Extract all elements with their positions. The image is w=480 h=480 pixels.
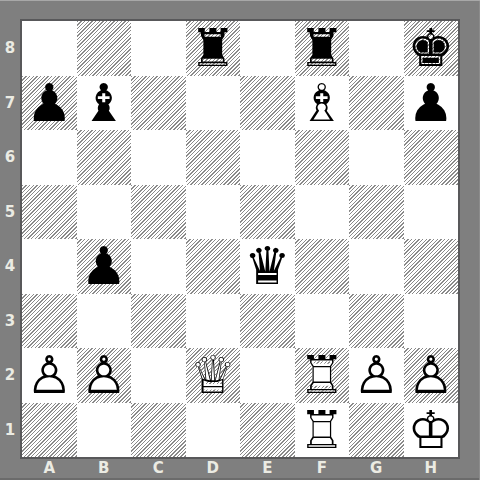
square-b1[interactable] <box>77 403 132 458</box>
square-c4[interactable] <box>131 239 186 294</box>
square-c7[interactable] <box>131 76 186 131</box>
white-rook-icon: ♜♖ <box>295 403 350 458</box>
square-a5[interactable] <box>22 185 77 240</box>
square-g8[interactable] <box>349 21 404 76</box>
rank-label: 8 <box>0 21 20 76</box>
file-label: B <box>77 456 132 479</box>
square-a3[interactable] <box>22 294 77 349</box>
black-rook-icon: ♜ <box>186 21 241 76</box>
black-bishop-icon: ♝ <box>77 76 132 131</box>
square-h8[interactable]: ♚ <box>404 21 459 76</box>
square-h4[interactable] <box>404 239 459 294</box>
square-a8[interactable] <box>22 21 77 76</box>
square-b2[interactable]: ♟♙ <box>77 348 132 403</box>
white-pawn-icon: ♟♙ <box>77 348 132 403</box>
white-queen-icon: ♛♕ <box>186 348 241 403</box>
square-c2[interactable] <box>131 348 186 403</box>
black-rook-icon: ♜ <box>295 21 350 76</box>
file-label: G <box>349 456 404 479</box>
piece-outline-layer: ♔ <box>407 404 454 456</box>
square-a6[interactable] <box>22 130 77 185</box>
square-d3[interactable] <box>186 294 241 349</box>
rank-labels: 87654321 <box>0 21 20 457</box>
square-a1[interactable] <box>22 403 77 458</box>
piece-outline-layer: ♙ <box>80 349 127 401</box>
file-labels: ABCDEFGH <box>22 456 458 479</box>
file-label: C <box>131 456 186 479</box>
square-c3[interactable] <box>131 294 186 349</box>
square-a4[interactable] <box>22 239 77 294</box>
square-e1[interactable] <box>240 403 295 458</box>
file-label: E <box>240 456 295 479</box>
square-f1[interactable]: ♜♖ <box>295 403 350 458</box>
square-h5[interactable] <box>404 185 459 240</box>
square-d8[interactable]: ♜ <box>186 21 241 76</box>
square-f7[interactable]: ♝♗ <box>295 76 350 131</box>
square-h6[interactable] <box>404 130 459 185</box>
chess-board: ♜♜♚♟♝♝♗♟♟♛♟♙♟♙♛♕♜♖♟♙♟♙♜♖♚♔ <box>20 19 460 459</box>
rank-label: 1 <box>0 403 20 458</box>
square-b7[interactable]: ♝ <box>77 76 132 131</box>
black-queen-icon: ♛ <box>240 239 295 294</box>
rank-label: 3 <box>0 294 20 349</box>
rank-label: 2 <box>0 348 20 403</box>
square-f6[interactable] <box>295 130 350 185</box>
file-label: H <box>404 456 459 479</box>
board-frame: 87654321 ♜♜♚♟♝♝♗♟♟♛♟♙♟♙♛♕♜♖♟♙♟♙♜♖♚♔ ABCD… <box>0 0 480 480</box>
square-f4[interactable] <box>295 239 350 294</box>
square-a2[interactable]: ♟♙ <box>22 348 77 403</box>
square-d5[interactable] <box>186 185 241 240</box>
square-d7[interactable] <box>186 76 241 131</box>
rank-label: 6 <box>0 130 20 185</box>
square-e8[interactable] <box>240 21 295 76</box>
file-label: A <box>22 456 77 479</box>
file-label: F <box>295 456 350 479</box>
square-d4[interactable] <box>186 239 241 294</box>
square-a7[interactable]: ♟ <box>22 76 77 131</box>
white-rook-icon: ♜♖ <box>295 348 350 403</box>
square-g7[interactable] <box>349 76 404 131</box>
square-h2[interactable]: ♟♙ <box>404 348 459 403</box>
rank-label: 7 <box>0 76 20 131</box>
white-pawn-icon: ♟♙ <box>22 348 77 403</box>
square-c8[interactable] <box>131 21 186 76</box>
rank-label: 4 <box>0 239 20 294</box>
square-b4[interactable]: ♟ <box>77 239 132 294</box>
square-e7[interactable] <box>240 76 295 131</box>
square-e5[interactable] <box>240 185 295 240</box>
square-c6[interactable] <box>131 130 186 185</box>
piece-outline-layer: ♗ <box>298 77 345 129</box>
square-d6[interactable] <box>186 130 241 185</box>
square-f3[interactable] <box>295 294 350 349</box>
square-g1[interactable] <box>349 403 404 458</box>
square-b3[interactable] <box>77 294 132 349</box>
square-h3[interactable] <box>404 294 459 349</box>
square-g4[interactable] <box>349 239 404 294</box>
black-king-icon: ♚ <box>404 21 459 76</box>
white-pawn-icon: ♟♙ <box>349 348 404 403</box>
white-king-icon: ♚♔ <box>404 403 459 458</box>
square-b8[interactable] <box>77 21 132 76</box>
square-e2[interactable] <box>240 348 295 403</box>
square-g3[interactable] <box>349 294 404 349</box>
square-e6[interactable] <box>240 130 295 185</box>
square-g5[interactable] <box>349 185 404 240</box>
square-e4[interactable]: ♛ <box>240 239 295 294</box>
white-pawn-icon: ♟♙ <box>404 348 459 403</box>
black-pawn-icon: ♟ <box>77 239 132 294</box>
piece-outline-layer: ♙ <box>407 349 454 401</box>
piece-outline-layer: ♙ <box>353 349 400 401</box>
square-f2[interactable]: ♜♖ <box>295 348 350 403</box>
square-h7[interactable]: ♟ <box>404 76 459 131</box>
piece-outline-layer: ♙ <box>26 349 73 401</box>
square-b6[interactable] <box>77 130 132 185</box>
white-bishop-icon: ♝♗ <box>295 76 350 131</box>
black-pawn-icon: ♟ <box>22 76 77 131</box>
square-c1[interactable] <box>131 403 186 458</box>
black-pawn-icon: ♟ <box>404 76 459 131</box>
square-h1[interactable]: ♚♔ <box>404 403 459 458</box>
file-label: D <box>186 456 241 479</box>
piece-outline-layer: ♕ <box>189 349 236 401</box>
square-c5[interactable] <box>131 185 186 240</box>
square-g2[interactable]: ♟♙ <box>349 348 404 403</box>
square-f8[interactable]: ♜ <box>295 21 350 76</box>
square-f5[interactable] <box>295 185 350 240</box>
square-b5[interactable] <box>77 185 132 240</box>
rank-label: 5 <box>0 185 20 240</box>
square-d2[interactable]: ♛♕ <box>186 348 241 403</box>
square-d1[interactable] <box>186 403 241 458</box>
square-e3[interactable] <box>240 294 295 349</box>
piece-outline-layer: ♖ <box>298 349 345 401</box>
piece-outline-layer: ♖ <box>298 404 345 456</box>
square-g6[interactable] <box>349 130 404 185</box>
